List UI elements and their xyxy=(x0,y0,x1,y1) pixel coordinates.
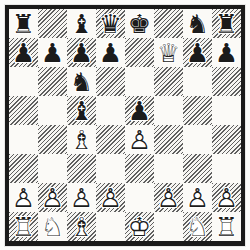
square-e7 xyxy=(125,38,154,67)
black-pawn: ♟ xyxy=(9,38,38,67)
black-bishop: ♝ xyxy=(67,96,96,125)
black-queen: ♛ xyxy=(96,9,125,38)
square-h1: ♜♖ xyxy=(212,212,241,241)
square-g5 xyxy=(183,96,212,125)
square-d1 xyxy=(96,212,125,241)
square-c8: ♝ xyxy=(67,9,96,38)
white-rook: ♜♖ xyxy=(9,212,38,241)
black-knight: ♞ xyxy=(183,9,212,38)
white-pawn: ♟♙ xyxy=(212,183,241,212)
square-h2: ♟♙ xyxy=(212,183,241,212)
square-a1: ♜♖ xyxy=(9,212,38,241)
square-b5 xyxy=(38,96,67,125)
square-f6 xyxy=(154,67,183,96)
square-d7: ♟ xyxy=(96,38,125,67)
square-g7: ♟ xyxy=(183,38,212,67)
square-c1: ♝♗ xyxy=(67,212,96,241)
square-b1: ♞♘ xyxy=(38,212,67,241)
white-bishop: ♝♗ xyxy=(67,125,96,154)
black-rook: ♜ xyxy=(9,9,38,38)
black-bishop: ♝ xyxy=(67,9,96,38)
white-pawn: ♟♙ xyxy=(9,183,38,212)
square-e2 xyxy=(125,183,154,212)
square-g3 xyxy=(183,154,212,183)
square-a4 xyxy=(9,125,38,154)
square-h5 xyxy=(212,96,241,125)
square-a7: ♟ xyxy=(9,38,38,67)
square-g4 xyxy=(183,125,212,154)
white-pawn: ♟♙ xyxy=(96,183,125,212)
square-f5 xyxy=(154,96,183,125)
black-rook: ♜ xyxy=(212,9,241,38)
white-pawn: ♟♙ xyxy=(67,183,96,212)
square-f7: ♛♕ xyxy=(154,38,183,67)
square-h3 xyxy=(212,154,241,183)
black-pawn: ♟ xyxy=(96,38,125,67)
square-c7: ♟ xyxy=(67,38,96,67)
black-pawn: ♟ xyxy=(183,38,212,67)
square-a5 xyxy=(9,96,38,125)
square-b6 xyxy=(38,67,67,96)
square-c5: ♝ xyxy=(67,96,96,125)
square-g1: ♞♘ xyxy=(183,212,212,241)
square-e5: ♟ xyxy=(125,96,154,125)
black-knight: ♞ xyxy=(67,67,96,96)
square-h6 xyxy=(212,67,241,96)
square-c2: ♟♙ xyxy=(67,183,96,212)
chess-diagram-page: ♜♝♛♚♞♜♟♟♟♟♛♕♟♟♞♝♟♝♗♟♙♟♙♟♙♟♙♟♙♟♙♟♙♟♙♜♖♞♘♝… xyxy=(0,0,250,250)
square-h8: ♜ xyxy=(212,9,241,38)
black-pawn: ♟ xyxy=(67,38,96,67)
square-e1: ♚♔ xyxy=(125,212,154,241)
square-f3 xyxy=(154,154,183,183)
black-pawn: ♟ xyxy=(38,38,67,67)
square-h4 xyxy=(212,125,241,154)
white-pawn: ♟♙ xyxy=(154,183,183,212)
square-b7: ♟ xyxy=(38,38,67,67)
square-g2: ♟♙ xyxy=(183,183,212,212)
square-c6: ♞ xyxy=(67,67,96,96)
white-king: ♚♔ xyxy=(125,212,154,241)
square-g6 xyxy=(183,67,212,96)
square-e3 xyxy=(125,154,154,183)
square-e6 xyxy=(125,67,154,96)
square-a2: ♟♙ xyxy=(9,183,38,212)
square-g8: ♞ xyxy=(183,9,212,38)
chess-board-grid: ♜♝♛♚♞♜♟♟♟♟♛♕♟♟♞♝♟♝♗♟♙♟♙♟♙♟♙♟♙♟♙♟♙♟♙♜♖♞♘♝… xyxy=(9,9,241,241)
square-d5 xyxy=(96,96,125,125)
square-a3 xyxy=(9,154,38,183)
square-f8 xyxy=(154,9,183,38)
white-bishop: ♝♗ xyxy=(67,212,96,241)
white-pawn: ♟♙ xyxy=(125,125,154,154)
square-f4 xyxy=(154,125,183,154)
white-pawn: ♟♙ xyxy=(38,183,67,212)
square-d8: ♛ xyxy=(96,9,125,38)
white-queen: ♛♕ xyxy=(154,38,183,67)
square-f1 xyxy=(154,212,183,241)
square-d6 xyxy=(96,67,125,96)
square-c3 xyxy=(67,154,96,183)
white-knight: ♞♘ xyxy=(38,212,67,241)
square-d2: ♟♙ xyxy=(96,183,125,212)
square-a8: ♜ xyxy=(9,9,38,38)
square-h7: ♟ xyxy=(212,38,241,67)
square-b3 xyxy=(38,154,67,183)
square-e4: ♟♙ xyxy=(125,125,154,154)
square-d4 xyxy=(96,125,125,154)
square-b8 xyxy=(38,9,67,38)
square-c4: ♝♗ xyxy=(67,125,96,154)
square-f2: ♟♙ xyxy=(154,183,183,212)
white-rook: ♜♖ xyxy=(212,212,241,241)
white-pawn: ♟♙ xyxy=(183,183,212,212)
white-knight: ♞♘ xyxy=(183,212,212,241)
chess-board: ♜♝♛♚♞♜♟♟♟♟♛♕♟♟♞♝♟♝♗♟♙♟♙♟♙♟♙♟♙♟♙♟♙♟♙♜♖♞♘♝… xyxy=(5,5,245,246)
square-b2: ♟♙ xyxy=(38,183,67,212)
black-pawn: ♟ xyxy=(125,96,154,125)
black-king: ♚ xyxy=(125,9,154,38)
square-a6 xyxy=(9,67,38,96)
square-e8: ♚ xyxy=(125,9,154,38)
black-pawn: ♟ xyxy=(212,38,241,67)
square-d3 xyxy=(96,154,125,183)
square-b4 xyxy=(38,125,67,154)
